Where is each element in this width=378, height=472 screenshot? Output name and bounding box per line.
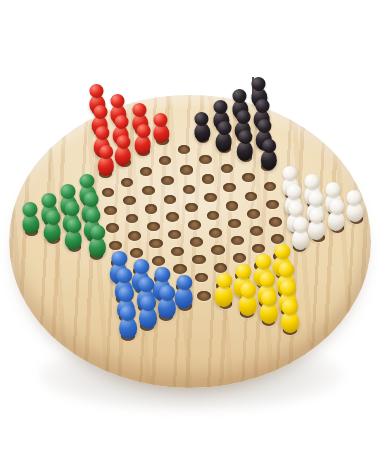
- black-peg-head: [232, 88, 247, 103]
- green-peg-head: [45, 209, 61, 225]
- board-hole[interactable]: [183, 185, 196, 194]
- white-peg-head: [329, 198, 345, 214]
- red-peg-head: [89, 83, 104, 98]
- blue-peg-head: [133, 258, 149, 274]
- peg-white[interactable]: [291, 217, 309, 250]
- board-hole[interactable]: [233, 253, 246, 263]
- peg-blue[interactable]: [139, 295, 157, 329]
- white-peg-head: [304, 174, 320, 189]
- blue-peg-head: [118, 286, 134, 302]
- yellow-peg-head: [217, 273, 233, 289]
- white-peg-head: [346, 189, 362, 205]
- board-hole[interactable]: [264, 182, 277, 191]
- blue-peg-head: [140, 295, 156, 311]
- yellow-peg-head: [261, 290, 277, 306]
- red-peg-head: [99, 145, 114, 159]
- yellow-peg-head: [280, 280, 296, 296]
- peg-green[interactable]: [43, 209, 62, 242]
- chinese-checkers-photo: [0, 0, 378, 472]
- yellow-peg-head: [282, 299, 298, 315]
- board-hole[interactable]: [245, 192, 258, 201]
- peg-white[interactable]: [327, 198, 346, 231]
- yellow-peg-head: [236, 263, 252, 279]
- blue-peg-head: [138, 276, 154, 292]
- peg-white[interactable]: [308, 208, 327, 241]
- peg-red[interactable]: [98, 145, 115, 176]
- board-hole[interactable]: [180, 165, 193, 174]
- board-hole[interactable]: [242, 173, 255, 182]
- peg-yellow[interactable]: [239, 282, 258, 316]
- black-peg-head: [217, 120, 232, 135]
- black-peg-head: [194, 111, 209, 126]
- board-hole[interactable]: [188, 220, 201, 230]
- board-hole[interactable]: [271, 234, 284, 244]
- board-hole[interactable]: [209, 228, 222, 238]
- peg-green[interactable]: [89, 225, 107, 258]
- board-hole[interactable]: [247, 209, 260, 218]
- yellow-peg-head: [278, 262, 294, 278]
- board-hole[interactable]: [164, 195, 177, 204]
- peg-red[interactable]: [114, 134, 132, 165]
- white-peg-head: [288, 200, 304, 215]
- board-hole[interactable]: [121, 178, 134, 187]
- board-hole[interactable]: [161, 176, 174, 185]
- peg-green[interactable]: [21, 202, 40, 235]
- blue-peg-head: [120, 305, 136, 321]
- board-hole[interactable]: [190, 237, 203, 247]
- board-hole[interactable]: [211, 245, 224, 255]
- peg-green[interactable]: [64, 217, 83, 250]
- green-peg-head: [85, 208, 101, 223]
- black-peg-head: [236, 109, 251, 124]
- black-peg-head: [238, 130, 253, 145]
- green-peg-head: [90, 225, 106, 240]
- board-hole[interactable]: [149, 239, 162, 249]
- blue-peg-head: [176, 275, 192, 291]
- board-hole[interactable]: [166, 212, 179, 221]
- yellow-peg-body: [215, 285, 234, 307]
- peg-red[interactable]: [152, 113, 170, 144]
- board-hole[interactable]: [145, 204, 158, 213]
- board-hole[interactable]: [231, 236, 244, 246]
- peg-red[interactable]: [134, 124, 152, 155]
- board-hole[interactable]: [109, 241, 122, 251]
- peg-blue[interactable]: [174, 275, 193, 309]
- green-peg-head: [66, 217, 82, 233]
- board-hole[interactable]: [269, 217, 282, 227]
- black-peg-head: [257, 119, 272, 134]
- board-hole[interactable]: [128, 231, 141, 241]
- board-hole[interactable]: [250, 226, 263, 236]
- board-hole[interactable]: [173, 264, 186, 274]
- red-peg-head: [95, 125, 110, 140]
- white-peg-body: [291, 229, 309, 250]
- peg-yellow[interactable]: [215, 273, 234, 307]
- peg-yellow[interactable]: [281, 299, 300, 334]
- green-peg-head: [64, 200, 80, 216]
- yellow-peg-head: [259, 272, 275, 288]
- board-hole[interactable]: [192, 255, 205, 265]
- peg-blue[interactable]: [118, 305, 137, 340]
- red-peg-head: [114, 114, 129, 129]
- red-peg-head: [116, 135, 131, 150]
- board-hole[interactable]: [202, 174, 215, 183]
- peg-yellow[interactable]: [260, 290, 278, 324]
- peg-black[interactable]: [236, 130, 254, 161]
- board-hole[interactable]: [102, 188, 115, 197]
- peg-black[interactable]: [193, 111, 211, 142]
- board-hole[interactable]: [199, 155, 212, 164]
- yellow-peg-head: [240, 282, 256, 298]
- blue-peg-body: [174, 287, 193, 309]
- board-hole[interactable]: [214, 263, 227, 273]
- red-peg-body: [98, 156, 115, 176]
- red-peg-head: [110, 93, 125, 108]
- white-peg-head: [308, 191, 324, 207]
- peg-black[interactable]: [215, 120, 233, 151]
- blue-peg-head: [155, 266, 171, 282]
- board-hole[interactable]: [197, 291, 211, 301]
- peg-black[interactable]: [260, 139, 277, 170]
- peg-blue[interactable]: [158, 285, 177, 319]
- white-peg-head: [286, 183, 302, 199]
- blue-peg-head: [111, 250, 127, 266]
- green-peg-head: [60, 183, 76, 198]
- white-peg-head: [309, 208, 325, 224]
- green-peg-head: [83, 191, 99, 207]
- red-peg-head: [136, 124, 151, 139]
- board-hole[interactable]: [226, 201, 239, 210]
- board-hole[interactable]: [266, 200, 279, 209]
- red-peg-head: [93, 105, 108, 120]
- peg-white[interactable]: [345, 189, 364, 222]
- blue-peg-head: [159, 285, 175, 301]
- black-peg-head: [255, 98, 270, 113]
- board-hole[interactable]: [228, 219, 241, 229]
- yellow-peg-head: [255, 254, 271, 270]
